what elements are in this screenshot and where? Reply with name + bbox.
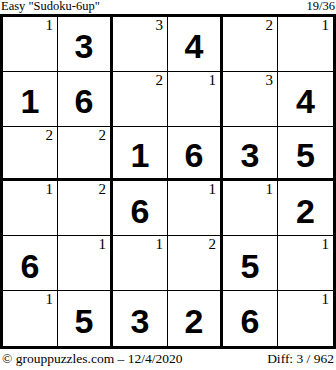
hint-digit: 2 — [266, 17, 274, 33]
sudoku-cell-r6c1[interactable]: 1 — [3, 291, 58, 346]
sudoku-cell-r5c2[interactable]: 1 — [58, 236, 113, 291]
cell-value: 3 — [131, 299, 150, 338]
sudoku-cell-r3c4[interactable]: 6 — [168, 127, 223, 182]
sudoku-cell-r2c6[interactable]: 4 — [278, 72, 333, 127]
sudoku-cell-r3c2[interactable]: 2 — [58, 127, 113, 182]
sudoku-grid: 133421162134221635126112611251153261 — [0, 14, 336, 349]
cell-value: 2 — [296, 189, 315, 228]
hint-digit: 1 — [46, 17, 54, 33]
footer: © grouppuzzles.com – 12/4/2020 Diff: 3 /… — [0, 349, 336, 370]
hint-digit: 2 — [46, 127, 54, 143]
cell-value: 6 — [241, 299, 260, 338]
hint-digit: 3 — [266, 72, 274, 88]
difficulty-text: Diff: 3 / 962 — [267, 351, 334, 367]
cell-value: 2 — [185, 299, 204, 338]
hint-digit: 1 — [209, 72, 217, 88]
sudoku-cell-r5c3[interactable]: 1 — [113, 236, 168, 291]
sudoku-cell-r4c3[interactable]: 6 — [113, 181, 168, 236]
sudoku-cell-r6c3[interactable]: 3 — [113, 291, 168, 346]
sudoku-cell-r4c6[interactable]: 2 — [278, 181, 333, 236]
sudoku-cell-r4c2[interactable]: 2 — [58, 181, 113, 236]
sudoku-cell-r2c2[interactable]: 6 — [58, 72, 113, 127]
hint-digit: 1 — [46, 291, 54, 307]
copyright-text: © grouppuzzles.com – 12/4/2020 — [2, 351, 182, 367]
sudoku-page: Easy "Sudoku-6up" 19/36 1334211621342216… — [0, 0, 336, 370]
cell-value: 4 — [185, 24, 204, 63]
sudoku-cell-r2c4[interactable]: 1 — [168, 72, 223, 127]
hint-digit: 1 — [266, 181, 274, 197]
sudoku-cell-r5c4[interactable]: 2 — [168, 236, 223, 291]
hint-digit: 1 — [99, 236, 107, 252]
hint-digit: 1 — [209, 181, 217, 197]
hint-digit: 3 — [156, 17, 164, 33]
cell-value: 4 — [296, 79, 315, 118]
hint-digit: 2 — [156, 72, 164, 88]
cell-value: 3 — [241, 133, 260, 172]
sudoku-cell-r3c5[interactable]: 3 — [223, 127, 278, 182]
cell-value: 5 — [75, 299, 94, 338]
sudoku-cell-r2c3[interactable]: 2 — [113, 72, 168, 127]
page-title: Easy "Sudoku-6up" — [1, 0, 100, 13]
sudoku-cell-r4c4[interactable]: 1 — [168, 181, 223, 236]
hint-digit: 2 — [99, 181, 107, 197]
sudoku-cell-r1c2[interactable]: 3 — [58, 17, 113, 72]
sudoku-cell-r3c1[interactable]: 2 — [3, 127, 58, 182]
sudoku-cell-r6c2[interactable]: 5 — [58, 291, 113, 346]
cell-value: 6 — [131, 189, 150, 228]
hint-digit: 1 — [322, 17, 330, 33]
sudoku-cell-r1c3[interactable]: 3 — [113, 17, 168, 72]
cell-value: 5 — [296, 133, 315, 172]
hint-digit: 1 — [322, 291, 330, 307]
sudoku-cell-r6c6[interactable]: 1 — [278, 291, 333, 346]
sudoku-cell-r2c1[interactable]: 1 — [3, 72, 58, 127]
header: Easy "Sudoku-6up" 19/36 — [0, 0, 336, 14]
hint-digit: 1 — [322, 236, 330, 252]
hint-digit: 2 — [99, 127, 107, 143]
sudoku-cell-r1c5[interactable]: 2 — [223, 17, 278, 72]
cell-value: 6 — [21, 244, 40, 283]
sudoku-cell-r4c1[interactable]: 1 — [3, 181, 58, 236]
cell-value: 3 — [75, 24, 94, 63]
sudoku-cell-r6c4[interactable]: 2 — [168, 291, 223, 346]
cell-value: 6 — [75, 79, 94, 118]
hint-digit: 1 — [46, 181, 54, 197]
hint-digit: 2 — [209, 236, 217, 252]
sudoku-cell-r5c6[interactable]: 1 — [278, 236, 333, 291]
sudoku-cell-r3c3[interactable]: 1 — [113, 127, 168, 182]
sudoku-cell-r2c5[interactable]: 3 — [223, 72, 278, 127]
cell-value: 1 — [21, 79, 40, 118]
sudoku-cell-r5c5[interactable]: 5 — [223, 236, 278, 291]
clue-counter: 19/36 — [307, 0, 335, 13]
sudoku-cell-r1c1[interactable]: 1 — [3, 17, 58, 72]
sudoku-cell-r3c6[interactable]: 5 — [278, 127, 333, 182]
cell-value: 6 — [185, 133, 204, 172]
sudoku-cell-r6c5[interactable]: 6 — [223, 291, 278, 346]
sudoku-cell-r1c6[interactable]: 1 — [278, 17, 333, 72]
sudoku-cell-r4c5[interactable]: 1 — [223, 181, 278, 236]
cell-value: 5 — [241, 244, 260, 283]
sudoku-cell-r1c4[interactable]: 4 — [168, 17, 223, 72]
cell-value: 1 — [131, 133, 150, 172]
sudoku-cell-r5c1[interactable]: 6 — [3, 236, 58, 291]
hint-digit: 1 — [156, 236, 164, 252]
